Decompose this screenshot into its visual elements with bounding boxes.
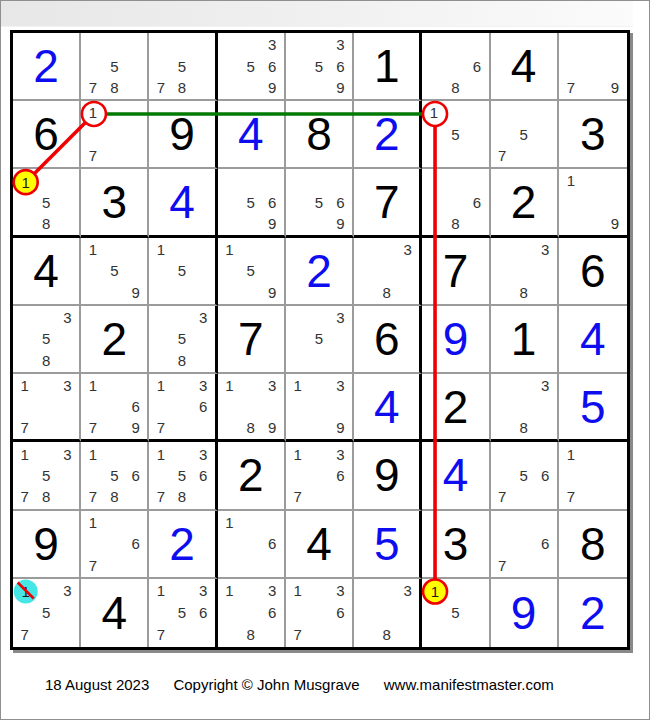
pencil-marks: 35 [287,307,351,371]
cell-value: 3 [559,101,627,167]
pencil-marks: 1367 [287,580,351,646]
cell-r1c4[interactable]: 3569 [218,33,286,101]
pencil-mark: 8 [513,281,534,302]
cell-r2c9[interactable]: 3 [559,101,627,169]
pencil-mark: 7 [287,486,308,507]
pencil-mark: 8 [240,624,261,646]
pencil-mark: 5 [172,602,193,624]
pencil-mark: 8 [513,417,534,438]
pencil-marks: 578 [82,34,146,98]
cell-r9c5[interactable]: 1367 [286,579,354,647]
pencil-mark: 9 [125,281,146,302]
cell-r4c3[interactable]: 15 [149,238,217,306]
footer-website-link[interactable]: www.manifestmaster.com [384,676,554,693]
cell-value: 8 [286,101,352,167]
cell-r8c9[interactable]: 8 [559,511,627,579]
pencil-mark: 9 [330,213,351,234]
pencil-mark: 1 [82,102,103,123]
pencil-mark: 7 [150,624,171,646]
cell-r7c9[interactable]: 17 [559,442,627,510]
pencil-mark: 1 [14,170,35,191]
pencil-mark: 6 [261,55,282,76]
pencil-marks: 167 [82,512,146,576]
pencil-mark: 5 [172,55,193,76]
pencil-mark: 5 [35,465,56,486]
pencil-mark: 7 [82,417,103,438]
pencil-mark: 1 [560,443,582,464]
pencil-mark: 7 [560,77,582,98]
pencil-marks: 358 [150,307,213,371]
pencil-mark: 7 [14,624,35,646]
pencil-marks: 569 [219,170,283,233]
cell-r9c3[interactable]: 13567 [149,579,217,647]
cell-r4c1[interactable]: 4 [13,238,81,306]
pencil-mark: 8 [35,486,56,507]
pencil-mark: 3 [193,580,214,602]
pencil-mark: 3 [193,375,214,396]
pencil-mark: 3 [330,34,351,55]
cell-value: 4 [491,33,557,99]
pencil-marks: 1367 [287,443,351,507]
cell-r7c7[interactable]: 4 [422,442,490,510]
cell-r8c3[interactable]: 2 [149,511,217,579]
cell-value: 3 [422,511,488,577]
pencil-mark: 7 [492,554,513,575]
cell-value: 2 [491,169,557,234]
cell-r4c4[interactable]: 159 [218,238,286,306]
pencil-mark: 1 [219,580,240,602]
cell-value: 2 [354,101,419,167]
cell-value: 2 [286,238,352,304]
cell-r5c4[interactable]: 7 [218,306,286,374]
pencil-marks: 1357 [14,580,78,646]
pencil-mark: 5 [308,328,329,349]
pencil-mark: 6 [261,192,282,213]
pencil-marks: 158 [14,170,78,233]
cell-r4c5[interactable]: 2 [286,238,354,306]
cell-value: 2 [422,374,488,439]
cell-r7c2[interactable]: 15678 [81,442,149,510]
cell-r6c8[interactable]: 38 [491,374,559,442]
pencil-marks: 567 [492,443,556,507]
pencil-marks: 67 [492,512,556,576]
cell-r8c1[interactable]: 9 [13,511,81,579]
cell-r8c6[interactable]: 5 [354,511,422,579]
cell-r2c4[interactable]: 4 [218,101,286,169]
pencil-mark: 5 [240,260,261,281]
pencil-mark: 1 [219,375,240,396]
cell-r9c1[interactable]: 1357 [13,579,81,647]
cell-value: 5 [559,374,627,439]
cell-r2c3[interactable]: 9 [149,101,217,169]
sudoku-board: 2578578356935691684796179482155731583456… [10,30,630,650]
pencil-mark: 6 [125,396,146,417]
pencil-mark: 6 [330,465,351,486]
pencil-marks: 358 [14,307,78,371]
pencil-marks: 68 [423,34,487,98]
cell-r9c9[interactable]: 2 [559,579,627,647]
pencil-mark: 1 [82,239,103,260]
cell-r6c3[interactable]: 1367 [149,374,217,442]
cell-r6c7[interactable]: 2 [422,374,490,442]
cell-r3c7[interactable]: 68 [422,169,490,237]
cell-r8c2[interactable]: 167 [81,511,149,579]
pencil-marks: 16 [219,512,283,576]
pencil-marks: 17 [82,102,146,166]
pencil-mark: 8 [104,486,125,507]
cell-r4c6[interactable]: 38 [354,238,422,306]
cell-value: 4 [559,306,627,372]
cell-r7c1[interactable]: 13578 [13,442,81,510]
cell-value: 8 [559,511,627,577]
cell-r8c8[interactable]: 67 [491,511,559,579]
pencil-mark: 3 [330,443,351,464]
cell-r7c4[interactable]: 2 [218,442,286,510]
cell-value: 6 [13,101,79,167]
pencil-mark: 6 [193,465,214,486]
cell-value: 5 [354,511,419,577]
cell-r5c6[interactable]: 6 [354,306,422,374]
pencil-mark: 5 [104,260,125,281]
cell-r1c3[interactable]: 578 [149,33,217,101]
pencil-mark: 8 [376,624,397,646]
cell-r1c6[interactable]: 1 [354,33,422,101]
pencil-mark: 6 [466,55,487,76]
pencil-mark: 1 [14,443,35,464]
footer-date: 18 August 2023 [45,676,149,693]
pencil-mark: 7 [150,486,171,507]
cell-value: 6 [354,306,419,372]
pencil-mark: 8 [172,77,193,98]
cell-r5c1[interactable]: 358 [13,306,81,374]
cell-r1c8[interactable]: 4 [491,33,559,101]
cell-r6c5[interactable]: 139 [286,374,354,442]
pencil-mark: 7 [82,554,103,575]
pencil-mark: 1 [219,239,240,260]
pencil-mark: 1 [82,443,103,464]
pencil-mark: 5 [513,465,534,486]
pencil-marks: 569 [287,170,351,233]
pencil-mark: 7 [14,486,35,507]
pencil-mark: 1 [423,102,444,123]
cell-r3c9[interactable]: 19 [559,169,627,237]
pencil-marks: 139 [287,375,351,438]
pencil-marks: 79 [560,34,626,98]
pencil-mark: 3 [534,239,555,260]
cell-r7c8[interactable]: 567 [491,442,559,510]
pencil-mark: 7 [560,486,582,507]
pencil-marks: 3569 [219,34,283,98]
pencil-mark: 6 [125,533,146,554]
pencil-mark: 3 [330,580,351,602]
cell-r5c5[interactable]: 35 [286,306,354,374]
pencil-mark: 6 [330,602,351,624]
pencil-mark: 3 [261,375,282,396]
pencil-mark: 1 [14,375,35,396]
cell-r7c5[interactable]: 1367 [286,442,354,510]
pencil-mark: 7 [82,486,103,507]
pencil-marks: 15 [150,239,213,303]
cell-r3c2[interactable]: 3 [81,169,149,237]
pencil-mark: 8 [35,350,56,371]
cell-value: 2 [559,579,627,647]
pencil-marks: 38 [355,239,418,303]
pencil-mark: 8 [35,213,56,234]
pencil-marks: 15 [423,102,487,166]
pencil-mark: 3 [534,375,555,396]
cell-r1c9[interactable]: 79 [559,33,627,101]
pencil-mark: 3 [193,307,214,328]
pencil-mark: 5 [445,124,466,145]
cell-r1c7[interactable]: 68 [422,33,490,101]
cell-value: 4 [13,238,79,304]
pencil-marks: 1679 [82,375,146,438]
cell-r6c1[interactable]: 137 [13,374,81,442]
cell-r3c1[interactable]: 158 [13,169,81,237]
pencil-mark: 1 [287,443,308,464]
cell-r1c1[interactable]: 2 [13,33,81,101]
cell-r5c7[interactable]: 9 [422,306,490,374]
cell-r7c6[interactable]: 9 [354,442,422,510]
pencil-mark: 3 [193,443,214,464]
pencil-mark: 1 [219,512,240,533]
cell-r1c2[interactable]: 578 [81,33,149,101]
cell-r2c6[interactable]: 2 [354,101,422,169]
pencil-marks: 159 [82,239,146,303]
cell-r4c2[interactable]: 159 [81,238,149,306]
pencil-mark: 7 [287,624,308,646]
pencil-mark: 3 [261,580,282,602]
cell-r8c7[interactable]: 3 [422,511,490,579]
pencil-marks: 68 [423,170,487,233]
pencil-mark: 1 [150,580,171,602]
cell-r3c3[interactable]: 4 [149,169,217,237]
cell-value: 2 [218,442,284,508]
pencil-mark: 9 [330,417,351,438]
pencil-mark: 3 [57,443,78,464]
cell-value: 2 [149,511,214,577]
cell-r4c8[interactable]: 38 [491,238,559,306]
cell-r3c5[interactable]: 569 [286,169,354,237]
cell-r2c7[interactable]: 15 [422,101,490,169]
cell-r3c6[interactable]: 7 [354,169,422,237]
pencil-mark: 9 [604,77,626,98]
pencil-marks: 38 [492,375,556,438]
pencil-mark: 9 [330,77,351,98]
pencil-mark: 6 [193,396,214,417]
pencil-mark: 6 [261,602,282,624]
cell-r6c2[interactable]: 1679 [81,374,149,442]
cell-value: 6 [559,238,627,304]
footer: 18 August 2023 Copyright © John Musgrave… [45,676,554,693]
pencil-marks: 137 [14,375,78,438]
pencil-mark: 7 [150,77,171,98]
cell-value: 1 [491,306,557,372]
pencil-marks: 13567 [150,580,213,646]
pencil-mark: 5 [240,192,261,213]
pencil-marks: 1367 [150,375,213,438]
pencil-mark: 5 [172,260,193,281]
pencil-mark: 5 [35,192,56,213]
cell-value: 7 [218,306,284,372]
cell-r2c2[interactable]: 17 [81,101,149,169]
cell-value: 4 [81,579,147,647]
cell-r6c6[interactable]: 4 [354,374,422,442]
pencil-mark: 6 [125,465,146,486]
pencil-mark: 1 [150,375,171,396]
pencil-marks: 38 [492,239,556,303]
cell-r9c4[interactable]: 1368 [218,579,286,647]
pencil-mark: 5 [513,124,534,145]
cell-r5c9[interactable]: 4 [559,306,627,374]
pencil-mark: 1 [560,170,582,191]
cell-r3c4[interactable]: 569 [218,169,286,237]
cell-r4c7[interactable]: 7 [422,238,490,306]
pencil-mark: 8 [445,213,466,234]
cell-value: 9 [13,511,79,577]
pencil-marks: 1389 [219,375,283,438]
pencil-mark: 1 [150,239,171,260]
pencil-mark: 7 [14,417,35,438]
pencil-mark: 9 [261,213,282,234]
pencil-mark: 7 [82,77,103,98]
cell-value: 9 [354,442,419,508]
cell-value: 9 [149,101,214,167]
pencil-mark: 5 [172,465,193,486]
cell-r8c4[interactable]: 16 [218,511,286,579]
pencil-mark: 6 [330,192,351,213]
pencil-mark: 8 [172,350,193,371]
pencil-mark: 3 [57,307,78,328]
cell-value: 4 [149,169,214,234]
pencil-mark: 7 [492,145,513,166]
cell-value: 7 [422,238,488,304]
pencil-marks: 13578 [14,443,78,507]
pencil-mark: 5 [35,328,56,349]
cell-value: 4 [218,101,284,167]
pencil-marks: 15 [423,580,487,646]
pencil-mark: 1 [287,375,308,396]
pencil-mark: 9 [261,281,282,302]
pencil-marks: 3569 [287,34,351,98]
pencil-mark: 3 [330,307,351,328]
cell-r4c9[interactable]: 6 [559,238,627,306]
cell-r2c8[interactable]: 57 [491,101,559,169]
cell-value: 4 [422,442,488,508]
pencil-mark: 6 [534,465,555,486]
cell-r2c1[interactable]: 6 [13,101,81,169]
pencil-mark: 6 [466,192,487,213]
pencil-mark: 9 [261,417,282,438]
pencil-mark: 3 [397,239,418,260]
pencil-mark: 1 [150,443,171,464]
pencil-marks: 17 [560,443,626,507]
cell-r9c7[interactable]: 15 [422,579,490,647]
cell-r5c8[interactable]: 1 [491,306,559,374]
pencil-mark: 8 [172,486,193,507]
cell-r3c8[interactable]: 2 [491,169,559,237]
cell-value: 3 [81,169,147,234]
pencil-mark: 8 [240,417,261,438]
pencil-mark: 9 [604,213,626,234]
pencil-mark: 1 [14,580,35,602]
cell-r8c5[interactable]: 4 [286,511,354,579]
pencil-marks: 19 [560,170,626,233]
cell-value: 7 [354,169,419,234]
pencil-marks: 159 [219,239,283,303]
pencil-marks: 135678 [150,443,213,507]
pencil-mark: 3 [397,580,418,602]
pencil-mark: 5 [445,602,466,624]
pencil-mark: 8 [376,281,397,302]
pencil-mark: 1 [82,375,103,396]
cell-value: 2 [81,306,147,372]
cell-r2c5[interactable]: 8 [286,101,354,169]
pencil-mark: 6 [330,55,351,76]
cell-value: 1 [354,33,419,99]
pencil-mark: 3 [261,34,282,55]
pencil-mark: 6 [193,602,214,624]
pencil-mark: 5 [104,55,125,76]
pencil-mark: 5 [104,465,125,486]
cell-value: 4 [286,511,352,577]
cell-r1c5[interactable]: 3569 [286,33,354,101]
cell-value: 9 [491,579,557,647]
cell-r9c2[interactable]: 4 [81,579,149,647]
pencil-mark: 6 [534,533,555,554]
pencil-mark: 1 [423,580,444,602]
pencil-mark: 5 [308,192,329,213]
pencil-mark: 5 [240,55,261,76]
top-bar [1,1,633,27]
pencil-mark: 9 [125,417,146,438]
pencil-marks: 578 [150,34,213,98]
pencil-mark: 8 [445,77,466,98]
cell-r9c6[interactable]: 38 [354,579,422,647]
pencil-mark: 1 [287,580,308,602]
cell-value: 9 [422,306,488,372]
cell-value: 4 [354,374,419,439]
cell-r5c2[interactable]: 2 [81,306,149,374]
pencil-mark: 6 [261,533,282,554]
pencil-mark: 5 [308,55,329,76]
pencil-mark: 1 [82,512,103,533]
pencil-mark: 3 [57,375,78,396]
pencil-marks: 1368 [219,580,283,646]
cell-value: 2 [13,33,79,99]
pencil-mark: 3 [330,375,351,396]
pencil-mark: 3 [57,580,78,602]
cell-r5c3[interactable]: 358 [149,306,217,374]
footer-copyright: Copyright © John Musgrave [173,676,359,693]
pencil-mark: 7 [82,145,103,166]
cell-r9c8[interactable]: 9 [491,579,559,647]
pencil-mark: 7 [492,486,513,507]
pencil-marks: 57 [492,102,556,166]
pencil-mark: 5 [35,602,56,624]
cell-r6c9[interactable]: 5 [559,374,627,442]
cell-r6c4[interactable]: 1389 [218,374,286,442]
pencil-mark: 8 [104,77,125,98]
pencil-mark: 7 [150,417,171,438]
pencil-mark: 5 [172,328,193,349]
pencil-mark: 9 [261,77,282,98]
pencil-marks: 38 [355,580,418,646]
cell-r7c3[interactable]: 135678 [149,442,217,510]
pencil-marks: 15678 [82,443,146,507]
